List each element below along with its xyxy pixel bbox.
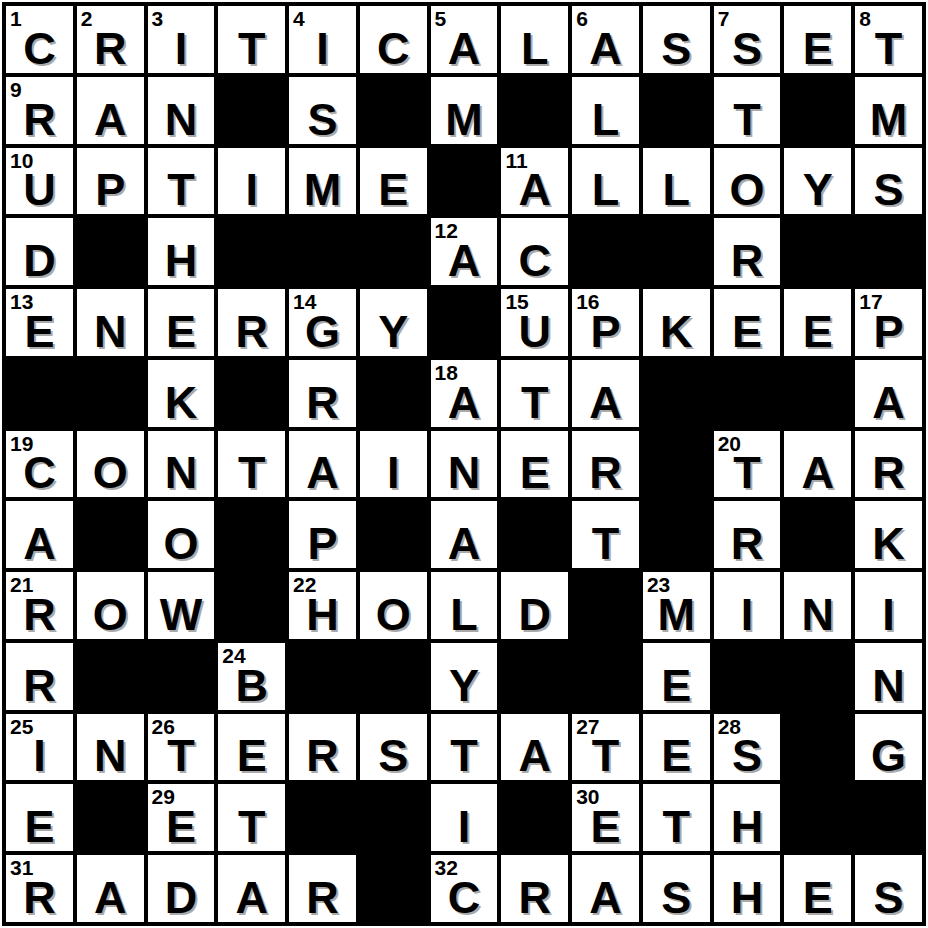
- letter-cell-r7c13[interactable]: R: [853, 429, 924, 500]
- letter-cell-r9c10[interactable]: 23M: [641, 570, 712, 641]
- block-cell-r6c10: [641, 358, 712, 429]
- letter-cell-r7c1[interactable]: 19C: [4, 429, 75, 500]
- letter-cell-r8c3[interactable]: O: [146, 499, 217, 570]
- cell-letter: E: [218, 733, 285, 778]
- cell-letter: I: [714, 592, 781, 637]
- cell-letter: T: [218, 804, 285, 849]
- cell-letter: T: [855, 26, 922, 71]
- letter-cell-r8c9[interactable]: T: [570, 499, 641, 570]
- cell-letter: C: [360, 26, 427, 71]
- cell-letter: A: [77, 97, 144, 142]
- block-cell-r11c12: [782, 712, 853, 783]
- cell-letter: A: [572, 26, 639, 71]
- cell-letter: G: [855, 733, 922, 778]
- cell-letter: S: [855, 875, 922, 920]
- letter-cell-r7c4[interactable]: T: [216, 429, 287, 500]
- cell-letter: S: [643, 26, 710, 71]
- letter-cell-r9c3[interactable]: W: [146, 570, 217, 641]
- letter-cell-r11c11[interactable]: 28S: [712, 712, 783, 783]
- block-cell-r2c6: [358, 75, 429, 146]
- cell-letter: E: [784, 309, 851, 354]
- cell-letter: P: [855, 309, 922, 354]
- cell-letter: S: [289, 97, 356, 142]
- cell-letter: A: [431, 238, 498, 283]
- letter-cell-r7c12[interactable]: A: [782, 429, 853, 500]
- letter-cell-r5c12[interactable]: E: [782, 287, 853, 358]
- cell-letter: T: [148, 167, 215, 212]
- letter-cell-r9c7[interactable]: L: [429, 570, 500, 641]
- cell-letter: O: [77, 450, 144, 495]
- letter-cell-r4c7[interactable]: 12A: [429, 216, 500, 287]
- block-cell-r10c3: [146, 641, 217, 712]
- cell-letter: U: [501, 309, 568, 354]
- letter-cell-r10c13[interactable]: N: [853, 641, 924, 712]
- block-cell-r8c12: [782, 499, 853, 570]
- cell-letter: E: [784, 26, 851, 71]
- letter-cell-r2c1[interactable]: 9R: [4, 75, 75, 146]
- letter-cell-r13c11[interactable]: H: [712, 853, 783, 924]
- cell-letter: K: [855, 521, 922, 566]
- cell-letter: L: [572, 167, 639, 212]
- letter-cell-r5c11[interactable]: E: [712, 287, 783, 358]
- cell-letter: R: [289, 380, 356, 425]
- cell-letter: C: [6, 450, 73, 495]
- block-cell-r6c2: [75, 358, 146, 429]
- cell-letter: I: [431, 804, 498, 849]
- letter-cell-r8c5[interactable]: P: [287, 499, 358, 570]
- block-cell-r10c2: [75, 641, 146, 712]
- block-cell-r4c5: [287, 216, 358, 287]
- letter-cell-r6c7[interactable]: 18A: [429, 358, 500, 429]
- letter-cell-r11c3[interactable]: 26T: [146, 712, 217, 783]
- block-cell-r4c13: [853, 216, 924, 287]
- letter-cell-r8c11[interactable]: R: [712, 499, 783, 570]
- cell-letter: B: [218, 663, 285, 708]
- cell-letter: R: [6, 97, 73, 142]
- cell-letter: S: [714, 733, 781, 778]
- letter-cell-r10c1[interactable]: R: [4, 641, 75, 712]
- cell-letter: N: [431, 450, 498, 495]
- block-cell-r6c6: [358, 358, 429, 429]
- letter-cell-r3c2[interactable]: P: [75, 146, 146, 217]
- letter-cell-r7c9[interactable]: R: [570, 429, 641, 500]
- cell-letter: Y: [784, 167, 851, 212]
- cell-letter: N: [77, 309, 144, 354]
- letter-cell-r11c13[interactable]: G: [853, 712, 924, 783]
- cell-letter: R: [6, 875, 73, 920]
- letter-cell-r10c7[interactable]: Y: [429, 641, 500, 712]
- cell-letter: R: [77, 26, 144, 71]
- cell-letter: H: [148, 238, 215, 283]
- cell-letter: I: [148, 26, 215, 71]
- letter-cell-r3c9[interactable]: L: [570, 146, 641, 217]
- letter-cell-r6c13[interactable]: A: [853, 358, 924, 429]
- letter-cell-r11c5[interactable]: R: [287, 712, 358, 783]
- letter-cell-r3c5[interactable]: M: [287, 146, 358, 217]
- block-cell-r12c6: [358, 782, 429, 853]
- block-cell-r12c13: [853, 782, 924, 853]
- cell-letter: K: [148, 380, 215, 425]
- cell-letter: E: [360, 167, 427, 212]
- letter-cell-r5c4[interactable]: R: [216, 287, 287, 358]
- block-cell-r4c4: [216, 216, 287, 287]
- block-cell-r13c6: [358, 853, 429, 924]
- cell-letter: N: [784, 592, 851, 637]
- letter-cell-r1c6[interactable]: C: [358, 4, 429, 75]
- cell-letter: A: [501, 733, 568, 778]
- letter-cell-r2c13[interactable]: M: [853, 75, 924, 146]
- block-cell-r12c12: [782, 782, 853, 853]
- cell-letter: A: [572, 380, 639, 425]
- block-cell-r2c8: [499, 75, 570, 146]
- letter-cell-r7c6[interactable]: I: [358, 429, 429, 500]
- cell-letter: Y: [360, 309, 427, 354]
- cell-letter: N: [855, 663, 922, 708]
- block-cell-r4c10: [641, 216, 712, 287]
- letter-cell-r11c6[interactable]: S: [358, 712, 429, 783]
- block-cell-r4c9: [570, 216, 641, 287]
- letter-cell-r9c6[interactable]: O: [358, 570, 429, 641]
- cell-letter: S: [855, 167, 922, 212]
- letter-cell-r1c8[interactable]: L: [499, 4, 570, 75]
- letter-cell-r13c9[interactable]: A: [570, 853, 641, 924]
- cell-letter: A: [784, 450, 851, 495]
- cell-letter: R: [501, 875, 568, 920]
- cell-letter: I: [289, 26, 356, 71]
- block-cell-r8c4: [216, 499, 287, 570]
- cell-letter: L: [431, 592, 498, 637]
- letter-cell-r12c4[interactable]: T: [216, 782, 287, 853]
- cell-letter: D: [6, 238, 73, 283]
- letter-cell-r6c9[interactable]: A: [570, 358, 641, 429]
- letter-cell-r1c9[interactable]: 6A: [570, 4, 641, 75]
- cell-letter: A: [77, 875, 144, 920]
- block-cell-r5c7: [429, 287, 500, 358]
- block-cell-r12c2: [75, 782, 146, 853]
- letter-cell-r11c10[interactable]: E: [641, 712, 712, 783]
- letter-cell-r13c5[interactable]: R: [287, 853, 358, 924]
- cell-letter: L: [572, 97, 639, 142]
- cell-letter: O: [360, 592, 427, 637]
- block-cell-r10c12: [782, 641, 853, 712]
- letter-cell-r13c13[interactable]: S: [853, 853, 924, 924]
- block-cell-r8c2: [75, 499, 146, 570]
- block-cell-r4c12: [782, 216, 853, 287]
- letter-cell-r1c3[interactable]: 3I: [146, 4, 217, 75]
- letter-cell-r1c12[interactable]: E: [782, 4, 853, 75]
- block-cell-r8c8: [499, 499, 570, 570]
- cell-letter: N: [148, 97, 215, 142]
- cell-letter: T: [572, 521, 639, 566]
- letter-cell-r6c3[interactable]: K: [146, 358, 217, 429]
- letter-cell-r9c2[interactable]: O: [75, 570, 146, 641]
- letter-cell-r8c13[interactable]: K: [853, 499, 924, 570]
- block-cell-r7c10: [641, 429, 712, 500]
- letter-cell-r13c2[interactable]: A: [75, 853, 146, 924]
- letter-cell-r12c7[interactable]: I: [429, 782, 500, 853]
- cell-letter: C: [501, 238, 568, 283]
- letter-cell-r3c1[interactable]: 10U: [4, 146, 75, 217]
- letter-cell-r5c6[interactable]: Y: [358, 287, 429, 358]
- cell-letter: C: [6, 26, 73, 71]
- cell-letter: M: [855, 97, 922, 142]
- letter-cell-r7c8[interactable]: E: [499, 429, 570, 500]
- cell-letter: L: [501, 26, 568, 71]
- letter-cell-r11c1[interactable]: 25I: [4, 712, 75, 783]
- block-cell-r6c1: [4, 358, 75, 429]
- letter-cell-r6c8[interactable]: T: [499, 358, 570, 429]
- cell-letter: M: [289, 167, 356, 212]
- block-cell-r12c5: [287, 782, 358, 853]
- block-cell-r2c4: [216, 75, 287, 146]
- block-cell-r10c8: [499, 641, 570, 712]
- letter-cell-r7c5[interactable]: A: [287, 429, 358, 500]
- letter-cell-r5c1[interactable]: 13E: [4, 287, 75, 358]
- cell-letter: E: [643, 733, 710, 778]
- letter-cell-r2c2[interactable]: A: [75, 75, 146, 146]
- cell-letter: A: [855, 380, 922, 425]
- letter-cell-r3c8[interactable]: 11A: [499, 146, 570, 217]
- letter-cell-r9c12[interactable]: N: [782, 570, 853, 641]
- block-cell-r10c9: [570, 641, 641, 712]
- cell-letter: T: [218, 450, 285, 495]
- block-cell-r12c8: [499, 782, 570, 853]
- block-cell-r6c12: [782, 358, 853, 429]
- letter-cell-r12c10[interactable]: T: [641, 782, 712, 853]
- letter-cell-r9c11[interactable]: I: [712, 570, 783, 641]
- letter-cell-r7c3[interactable]: N: [146, 429, 217, 500]
- letter-cell-r1c10[interactable]: S: [641, 4, 712, 75]
- block-cell-r2c10: [641, 75, 712, 146]
- block-cell-r10c5: [287, 641, 358, 712]
- block-cell-r9c4: [216, 570, 287, 641]
- letter-cell-r9c5[interactable]: 22H: [287, 570, 358, 641]
- cell-letter: E: [784, 875, 851, 920]
- cell-letter: A: [6, 521, 73, 566]
- cell-letter: A: [218, 875, 285, 920]
- letter-cell-r7c7[interactable]: N: [429, 429, 500, 500]
- letter-cell-r2c5[interactable]: S: [287, 75, 358, 146]
- cell-letter: P: [289, 521, 356, 566]
- cell-letter: T: [501, 380, 568, 425]
- cell-letter: T: [714, 97, 781, 142]
- cell-letter: P: [77, 167, 144, 212]
- letter-cell-r4c3[interactable]: H: [146, 216, 217, 287]
- letter-cell-r4c1[interactable]: D: [4, 216, 75, 287]
- cell-letter: S: [714, 26, 781, 71]
- letter-cell-r13c10[interactable]: S: [641, 853, 712, 924]
- letter-cell-r11c4[interactable]: E: [216, 712, 287, 783]
- letter-cell-r2c7[interactable]: M: [429, 75, 500, 146]
- letter-cell-r3c11[interactable]: O: [712, 146, 783, 217]
- letter-cell-r9c13[interactable]: I: [853, 570, 924, 641]
- letter-cell-r11c7[interactable]: T: [429, 712, 500, 783]
- cell-letter: R: [6, 592, 73, 637]
- crossword-board: 1C2R3IT4IC5AL6AS7SE8T9RANSMLTM10UPTIME11…: [2, 2, 926, 926]
- block-cell-r6c11: [712, 358, 783, 429]
- letter-cell-r4c8[interactable]: C: [499, 216, 570, 287]
- letter-cell-r10c4[interactable]: 24B: [216, 641, 287, 712]
- letter-cell-r13c1[interactable]: 31R: [4, 853, 75, 924]
- cell-letter: M: [643, 592, 710, 637]
- letter-cell-r1c7[interactable]: 5A: [429, 4, 500, 75]
- cell-letter: R: [714, 521, 781, 566]
- block-cell-r9c9: [570, 570, 641, 641]
- cell-letter: N: [148, 450, 215, 495]
- cell-letter: W: [148, 592, 215, 637]
- cell-letter: S: [360, 733, 427, 778]
- letter-cell-r7c11[interactable]: 20T: [712, 429, 783, 500]
- cell-letter: I: [360, 450, 427, 495]
- letter-cell-r1c2[interactable]: 2R: [75, 4, 146, 75]
- cell-letter: R: [218, 309, 285, 354]
- cell-letter: O: [148, 521, 215, 566]
- cell-letter: E: [714, 309, 781, 354]
- block-cell-r8c6: [358, 499, 429, 570]
- cell-letter: E: [148, 309, 215, 354]
- cell-letter: R: [289, 733, 356, 778]
- cell-letter: E: [148, 804, 215, 849]
- cell-letter: A: [431, 26, 498, 71]
- letter-cell-r2c11[interactable]: T: [712, 75, 783, 146]
- cell-letter: T: [431, 733, 498, 778]
- letter-cell-r2c3[interactable]: N: [146, 75, 217, 146]
- letter-cell-r5c13[interactable]: 17P: [853, 287, 924, 358]
- letter-cell-r5c8[interactable]: 15U: [499, 287, 570, 358]
- letter-cell-r5c9[interactable]: 16P: [570, 287, 641, 358]
- cell-letter: I: [218, 167, 285, 212]
- cell-letter: R: [289, 875, 356, 920]
- cell-letter: A: [289, 450, 356, 495]
- letter-cell-r1c4[interactable]: T: [216, 4, 287, 75]
- letter-cell-r12c11[interactable]: H: [712, 782, 783, 853]
- letter-cell-r12c3[interactable]: 29E: [146, 782, 217, 853]
- letter-cell-r13c12[interactable]: E: [782, 853, 853, 924]
- letter-cell-r3c12[interactable]: Y: [782, 146, 853, 217]
- letter-cell-r5c5[interactable]: 14G: [287, 287, 358, 358]
- cell-letter: L: [643, 167, 710, 212]
- letter-cell-r1c13[interactable]: 8T: [853, 4, 924, 75]
- letter-cell-r13c3[interactable]: D: [146, 853, 217, 924]
- letter-cell-r8c7[interactable]: A: [429, 499, 500, 570]
- cell-letter: U: [6, 167, 73, 212]
- letter-cell-r3c10[interactable]: L: [641, 146, 712, 217]
- letter-cell-r4c11[interactable]: R: [712, 216, 783, 287]
- cell-letter: E: [572, 804, 639, 849]
- letter-cell-r6c5[interactable]: R: [287, 358, 358, 429]
- letter-cell-r1c11[interactable]: 7S: [712, 4, 783, 75]
- letter-cell-r5c3[interactable]: E: [146, 287, 217, 358]
- block-cell-r10c11: [712, 641, 783, 712]
- cell-letter: S: [643, 875, 710, 920]
- letter-cell-r3c4[interactable]: I: [216, 146, 287, 217]
- block-cell-r6c4: [216, 358, 287, 429]
- cell-letter: E: [501, 450, 568, 495]
- block-cell-r2c12: [782, 75, 853, 146]
- cell-letter: T: [714, 450, 781, 495]
- cell-letter: E: [643, 663, 710, 708]
- cell-letter: T: [148, 733, 215, 778]
- cell-letter: R: [6, 663, 73, 708]
- cell-letter: A: [572, 875, 639, 920]
- cell-letter: O: [714, 167, 781, 212]
- cell-letter: E: [6, 309, 73, 354]
- letter-cell-r12c1[interactable]: E: [4, 782, 75, 853]
- cell-letter: E: [6, 804, 73, 849]
- cell-letter: D: [501, 592, 568, 637]
- letter-cell-r13c8[interactable]: R: [499, 853, 570, 924]
- cell-letter: N: [77, 733, 144, 778]
- cell-letter: Y: [431, 663, 498, 708]
- block-cell-r4c6: [358, 216, 429, 287]
- cell-letter: H: [714, 875, 781, 920]
- cell-letter: A: [431, 380, 498, 425]
- letter-cell-r7c2[interactable]: O: [75, 429, 146, 500]
- cell-letter: I: [855, 592, 922, 637]
- letter-cell-r5c10[interactable]: K: [641, 287, 712, 358]
- letter-cell-r12c9[interactable]: 30E: [570, 782, 641, 853]
- letter-cell-r3c13[interactable]: S: [853, 146, 924, 217]
- cell-letter: A: [501, 167, 568, 212]
- cell-letter: H: [714, 804, 781, 849]
- letter-cell-r3c6[interactable]: E: [358, 146, 429, 217]
- letter-cell-r1c1[interactable]: 1C: [4, 4, 75, 75]
- cell-letter: M: [431, 97, 498, 142]
- letter-cell-r10c10[interactable]: E: [641, 641, 712, 712]
- cell-letter: G: [289, 309, 356, 354]
- letter-cell-r3c3[interactable]: T: [146, 146, 217, 217]
- letter-cell-r9c1[interactable]: 21R: [4, 570, 75, 641]
- letter-cell-r13c4[interactable]: A: [216, 853, 287, 924]
- letter-cell-r11c2[interactable]: N: [75, 712, 146, 783]
- cell-letter: T: [218, 26, 285, 71]
- letter-cell-r11c8[interactable]: A: [499, 712, 570, 783]
- block-cell-r8c10: [641, 499, 712, 570]
- letter-cell-r13c7[interactable]: 32C: [429, 853, 500, 924]
- block-cell-r10c6: [358, 641, 429, 712]
- cell-letter: P: [572, 309, 639, 354]
- cell-letter: H: [289, 592, 356, 637]
- cell-letter: A: [431, 521, 498, 566]
- letter-cell-r5c2[interactable]: N: [75, 287, 146, 358]
- cell-letter: R: [714, 238, 781, 283]
- cell-letter: C: [431, 875, 498, 920]
- cell-letter: T: [572, 733, 639, 778]
- cell-letter: R: [855, 450, 922, 495]
- cell-letter: K: [643, 309, 710, 354]
- block-cell-r4c2: [75, 216, 146, 287]
- cell-letter: D: [148, 875, 215, 920]
- letter-cell-r11c9[interactable]: 27T: [570, 712, 641, 783]
- letter-cell-r9c8[interactable]: D: [499, 570, 570, 641]
- cell-letter: O: [77, 592, 144, 637]
- cell-letter: R: [572, 450, 639, 495]
- letter-cell-r1c5[interactable]: 4I: [287, 4, 358, 75]
- cell-letter: T: [643, 804, 710, 849]
- letter-cell-r8c1[interactable]: A: [4, 499, 75, 570]
- letter-cell-r2c9[interactable]: L: [570, 75, 641, 146]
- block-cell-r3c7: [429, 146, 500, 217]
- cell-letter: I: [6, 733, 73, 778]
